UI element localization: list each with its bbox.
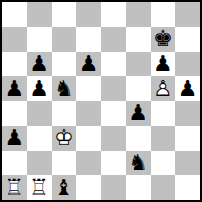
black-pawn-icon: ♟: [27, 76, 52, 101]
square-g4[interactable]: [151, 101, 176, 126]
square-a3[interactable]: ♟: [2, 126, 27, 151]
square-f4[interactable]: ♟: [126, 101, 151, 126]
square-e3[interactable]: [101, 126, 126, 151]
black-pawn-icon: ♟: [151, 52, 176, 77]
square-e4[interactable]: [101, 101, 126, 126]
white-king-icon: ♚♔: [52, 126, 77, 151]
black-king-icon: ♚: [151, 27, 176, 52]
square-b8[interactable]: [27, 2, 52, 27]
square-d6[interactable]: ♟: [76, 52, 101, 77]
square-a8[interactable]: [2, 2, 27, 27]
square-b5[interactable]: ♟: [27, 76, 52, 101]
square-c1[interactable]: ♝: [52, 175, 77, 200]
square-e2[interactable]: [101, 151, 126, 176]
square-e8[interactable]: [101, 2, 126, 27]
square-b6[interactable]: ♟: [27, 52, 52, 77]
square-f6[interactable]: [126, 52, 151, 77]
square-b1[interactable]: ♜♖: [27, 175, 52, 200]
square-f2[interactable]: ♞: [126, 151, 151, 176]
white-pawn-icon: ♟♙: [151, 76, 176, 101]
white-rook-icon: ♜♖: [27, 175, 52, 200]
square-g8[interactable]: [151, 2, 176, 27]
square-c6[interactable]: [52, 52, 77, 77]
square-b4[interactable]: [27, 101, 52, 126]
square-b7[interactable]: [27, 27, 52, 52]
black-pawn-icon: ♟: [2, 76, 27, 101]
square-d2[interactable]: [76, 151, 101, 176]
chess-board-frame: ♚♟♟♟♟♟♞♟♙♟♟♟♚♔♞♜♖♜♖♝: [0, 0, 202, 202]
square-d3[interactable]: [76, 126, 101, 151]
square-h8[interactable]: [175, 2, 200, 27]
square-d1[interactable]: [76, 175, 101, 200]
square-d4[interactable]: [76, 101, 101, 126]
square-c4[interactable]: [52, 101, 77, 126]
square-h7[interactable]: [175, 27, 200, 52]
square-c7[interactable]: [52, 27, 77, 52]
square-g5[interactable]: ♟♙: [151, 76, 176, 101]
square-a5[interactable]: ♟: [2, 76, 27, 101]
square-f7[interactable]: [126, 27, 151, 52]
chess-board: ♚♟♟♟♟♟♞♟♙♟♟♟♚♔♞♜♖♜♖♝: [2, 2, 200, 200]
square-a7[interactable]: [2, 27, 27, 52]
square-h5[interactable]: ♟: [175, 76, 200, 101]
square-e6[interactable]: [101, 52, 126, 77]
square-e7[interactable]: [101, 27, 126, 52]
white-rook-icon: ♜♖: [2, 175, 27, 200]
square-h2[interactable]: [175, 151, 200, 176]
square-h6[interactable]: [175, 52, 200, 77]
square-c8[interactable]: [52, 2, 77, 27]
square-b3[interactable]: [27, 126, 52, 151]
square-d8[interactable]: [76, 2, 101, 27]
square-c3[interactable]: ♚♔: [52, 126, 77, 151]
square-a1[interactable]: ♜♖: [2, 175, 27, 200]
square-c2[interactable]: [52, 151, 77, 176]
square-f1[interactable]: [126, 175, 151, 200]
square-h4[interactable]: [175, 101, 200, 126]
square-a2[interactable]: [2, 151, 27, 176]
square-e1[interactable]: [101, 175, 126, 200]
square-d7[interactable]: [76, 27, 101, 52]
square-a4[interactable]: [2, 101, 27, 126]
black-pawn-icon: ♟: [126, 101, 151, 126]
square-h1[interactable]: [175, 175, 200, 200]
square-g3[interactable]: [151, 126, 176, 151]
square-b2[interactable]: [27, 151, 52, 176]
square-g2[interactable]: [151, 151, 176, 176]
square-g1[interactable]: [151, 175, 176, 200]
square-f5[interactable]: [126, 76, 151, 101]
black-bishop-icon: ♝: [52, 175, 77, 200]
square-e5[interactable]: [101, 76, 126, 101]
square-g7[interactable]: ♚: [151, 27, 176, 52]
black-pawn-icon: ♟: [27, 52, 52, 77]
square-f8[interactable]: [126, 2, 151, 27]
square-h3[interactable]: [175, 126, 200, 151]
black-pawn-icon: ♟: [76, 52, 101, 77]
black-knight-icon: ♞: [52, 76, 77, 101]
square-a6[interactable]: [2, 52, 27, 77]
square-f3[interactable]: [126, 126, 151, 151]
black-pawn-icon: ♟: [175, 76, 200, 101]
square-c5[interactable]: ♞: [52, 76, 77, 101]
black-pawn-icon: ♟: [2, 126, 27, 151]
black-knight-icon: ♞: [126, 151, 151, 176]
square-d5[interactable]: [76, 76, 101, 101]
square-g6[interactable]: ♟: [151, 52, 176, 77]
